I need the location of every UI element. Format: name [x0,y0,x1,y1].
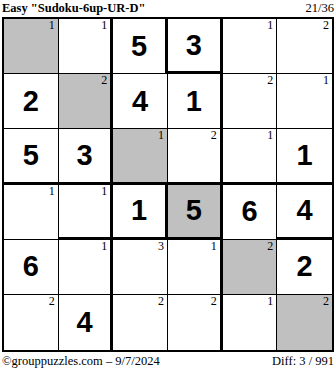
cell-r4c6[interactable]: 4 [277,185,332,240]
cell-r4c3[interactable]: 1 [113,185,168,240]
cell-r6c3[interactable]: 2 [113,295,168,350]
cell-r5c4[interactable]: 1 [168,240,223,295]
cell-r5c3[interactable]: 3 [113,240,168,295]
given-digit: 6 [23,252,39,281]
given-digit: 4 [76,308,92,337]
corner-player-number: 2 [211,295,217,309]
corner-player-number: 2 [158,295,164,309]
cell-r2c1[interactable]: 2 [4,74,59,129]
corner-player-number: 2 [101,74,107,88]
corner-player-number: 2 [267,74,273,88]
given-digit: 1 [186,87,202,116]
cell-r1c1[interactable]: 1 [4,19,59,74]
cell-r1c3[interactable]: 5 [113,19,168,74]
given-digit: 3 [76,141,92,170]
cell-r6c2[interactable]: 4 [59,295,114,350]
cell-r2c2[interactable]: 2 [59,74,114,129]
cell-r2c5[interactable]: 2 [223,74,278,129]
cell-r1c6[interactable]: 2 [277,19,332,74]
cell-r6c4[interactable]: 2 [168,295,223,350]
cell-counter: 21/36 [306,1,334,16]
corner-player-number: 2 [211,129,217,143]
corner-player-number: 1 [267,295,273,309]
cell-r6c1[interactable]: 2 [4,295,59,350]
cell-r5c6[interactable]: 2 [277,240,332,295]
corner-player-number: 1 [101,185,107,199]
corner-player-number: 2 [323,19,329,33]
cell-r4c5[interactable]: 6 [223,185,278,240]
corner-player-number: 1 [49,19,55,33]
given-digit: 2 [23,87,39,116]
puzzle-page: Easy "Sudoku-6up-UR-D" 21/36 11531222412… [0,0,336,370]
corner-player-number: 1 [211,240,217,254]
corner-player-number: 1 [101,240,107,254]
corner-player-number: 2 [49,295,55,309]
cell-r4c1[interactable]: 1 [4,185,59,240]
difficulty-label: Diff: 3 / 991 [272,354,334,369]
cell-r3c3[interactable]: 1 [113,129,168,184]
header: Easy "Sudoku-6up-UR-D" 21/36 [0,0,336,16]
cell-r3c2[interactable]: 3 [59,129,114,184]
cell-r6c6[interactable]: 2 [277,295,332,350]
cell-r5c2[interactable]: 1 [59,240,114,295]
puzzle-title: Easy "Sudoku-6up-UR-D" [2,1,145,16]
given-digit: 1 [131,196,147,225]
copyright-date: ©grouppuzzles.com – 9/7/2024 [2,354,160,369]
cell-r1c5[interactable]: 1 [223,19,278,74]
cell-r3c4[interactable]: 2 [168,129,223,184]
cell-r2c6[interactable]: 1 [277,74,332,129]
given-digit: 5 [131,32,147,61]
given-digit: 2 [297,252,313,281]
corner-player-number: 3 [158,240,164,254]
given-digit: 5 [23,141,39,170]
cell-r2c3[interactable]: 4 [113,74,168,129]
cell-r3c6[interactable]: 1 [277,129,332,184]
given-digit: 4 [297,196,313,225]
corner-player-number: 1 [158,129,164,143]
corner-player-number: 1 [49,185,55,199]
cell-r6c5[interactable]: 1 [223,295,278,350]
cell-r4c4[interactable]: 5 [168,185,223,240]
cell-r1c2[interactable]: 1 [59,19,114,74]
cell-r1c4[interactable]: 3 [168,19,223,74]
corner-player-number: 1 [323,74,329,88]
sudoku-board: 115312224121531211111564613122242212 [2,17,334,352]
cell-r3c5[interactable]: 1 [223,129,278,184]
footer: ©grouppuzzles.com – 9/7/2024 Diff: 3 / 9… [0,354,336,369]
given-digit: 6 [241,197,257,226]
cell-r5c5[interactable]: 2 [223,240,278,295]
given-digit: 5 [186,196,202,225]
given-digit: 1 [297,141,313,170]
corner-player-number: 2 [323,295,329,309]
corner-player-number: 2 [267,240,273,254]
given-digit: 4 [132,87,148,116]
corner-player-number: 1 [267,129,273,143]
cell-r5c1[interactable]: 6 [4,240,59,295]
cell-r3c1[interactable]: 5 [4,129,59,184]
cell-r2c4[interactable]: 1 [168,74,223,129]
given-digit: 3 [186,31,202,60]
corner-player-number: 1 [101,19,107,33]
corner-player-number: 1 [267,19,273,33]
cell-r4c2[interactable]: 1 [59,185,114,240]
